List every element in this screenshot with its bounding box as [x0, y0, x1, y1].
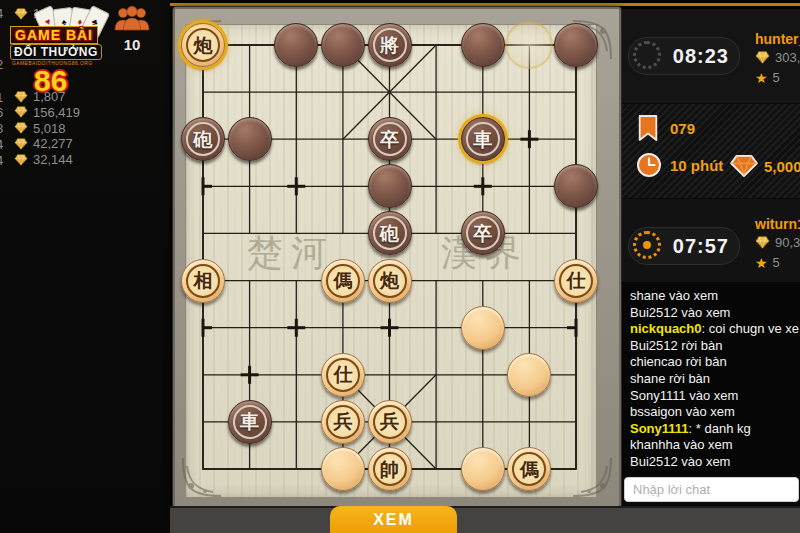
people-icon: [114, 5, 150, 31]
chat-text: khanhha vào xem: [630, 437, 733, 452]
chat-text: shane vào xem: [630, 288, 718, 303]
piece-light-covered-c6r9[interactable]: [461, 447, 505, 491]
gem-row: 1,807: [14, 89, 66, 104]
clipped-digit: 4: [0, 153, 3, 168]
piece-dark-covered-c8r0[interactable]: [554, 23, 598, 67]
player-gems: 90,33: [775, 235, 800, 250]
gem-row: 32,144: [14, 152, 73, 167]
piece-glyph: 仕: [559, 264, 593, 298]
piece-light-仕-c8r5[interactable]: 仕: [554, 259, 598, 303]
opponent-gems: 303,8: [775, 50, 800, 65]
sidebar: 132, ♥ ♠ ♦ ♣ GAME BÀI ĐỔI THƯỞNG GAMEBAI…: [0, 0, 170, 533]
piece-glyph: 卒: [466, 216, 500, 250]
piece-light-傌-c3r5[interactable]: 傌: [321, 259, 365, 303]
gem-value: 32,144: [33, 152, 73, 167]
stake-row: 5,000: [730, 154, 800, 178]
piece-dark-covered-c8r3[interactable]: [554, 164, 598, 208]
gem-value: 5,018: [33, 121, 66, 136]
chat-message: shane vào xem: [630, 288, 800, 305]
piece-light-仕-c3r7[interactable]: 仕: [321, 353, 365, 397]
frame-ornament-bottom-left: [179, 454, 225, 500]
frame-ornament-bottom-right: [569, 454, 615, 500]
piece-light-covered-c3r9[interactable]: [321, 447, 365, 491]
gem-icon: [14, 106, 28, 118]
player-name[interactable]: witurn14: [755, 216, 800, 232]
piece-glyph: 炮: [186, 28, 220, 62]
chat-message: Sony1111 vào xem: [630, 388, 800, 405]
gem-value: 42,277: [33, 136, 73, 151]
opponent-avatar[interactable]: [633, 41, 661, 69]
player-timer-pill: 07:57: [628, 227, 740, 265]
clipped-digit: 6: [0, 105, 3, 120]
chat-text: shane rời bàn: [630, 371, 710, 386]
chat-text: Bui2512 rời bàn: [630, 338, 722, 353]
chat-username: nickquach0: [630, 321, 702, 336]
bottom-bar: [170, 506, 800, 533]
star-icon: ★: [755, 71, 768, 85]
chat-message: nickquach0: coi chugn ve xe: [630, 321, 800, 338]
right-panel: 08:23 hunter_h 303,8 ★ 5 079: [622, 9, 800, 506]
gem-icon: [755, 236, 770, 249]
chat-text: : * danh kg: [689, 421, 751, 436]
piece-light-covered-c7r7[interactable]: [507, 353, 551, 397]
chat-message: Bui2512 vào xem: [630, 305, 800, 322]
online-count: 10: [110, 36, 154, 53]
chat-message: khanhha vào xem: [630, 437, 800, 454]
piece-glyph: 車: [233, 405, 267, 439]
opponent-gems-row: 303,8: [755, 50, 800, 65]
opponent-stars-row: ★ 5: [755, 70, 780, 85]
piece-dark-砲-c0r2[interactable]: 砲: [181, 117, 225, 161]
piece-dark-車-c1r8[interactable]: 車: [228, 400, 272, 444]
river-label-left: 楚河: [247, 232, 335, 273]
gem-row: 42,277: [14, 136, 73, 151]
time-control-row: 10 phút: [636, 152, 723, 178]
clipped-digit: 8: [0, 121, 3, 136]
gem-row: 156,419: [14, 105, 80, 120]
piece-light-相-c0r5[interactable]: 相: [181, 259, 225, 303]
clipped-digit: 2: [0, 57, 3, 72]
opponent-name[interactable]: hunter_h: [755, 31, 800, 47]
opponent-timer-pill: 08:23: [628, 37, 740, 75]
clipped-digit: 1: [0, 90, 3, 105]
player-info-section: 07:57 witurn14 90,33 ★ 5: [622, 198, 800, 282]
table-id: 079: [670, 120, 695, 137]
piece-glyph: 兵: [326, 405, 360, 439]
piece-dark-車-c6r2[interactable]: 車: [461, 117, 505, 161]
piece-glyph: 傌: [326, 264, 360, 298]
gem-icon: [14, 122, 28, 134]
piece-glyph: 將: [373, 28, 407, 62]
piece-glyph: 相: [186, 264, 220, 298]
chat-message: shane rời bàn: [630, 371, 800, 388]
piece-glyph: 兵: [373, 405, 407, 439]
chat-message: chiencao rời bàn: [630, 354, 800, 371]
chat-message-list[interactable]: shane vào xemBui2512 vào xemnickquach0: …: [622, 282, 800, 475]
gem-icon: [14, 91, 28, 103]
flag-icon: [636, 114, 660, 142]
chat-text: chiencao rời bàn: [630, 354, 727, 369]
piece-dark-covered-c6r0[interactable]: [461, 23, 505, 67]
piece-dark-卒-c4r2[interactable]: 卒: [368, 117, 412, 161]
player-clock: 07:57: [673, 235, 729, 258]
piece-glyph: 仕: [326, 358, 360, 392]
chat-username: Sony1111: [630, 421, 689, 436]
piece-light-炮-c4r5[interactable]: 炮: [368, 259, 412, 303]
opponent-info-section: 08:23 hunter_h 303,8 ★ 5: [622, 9, 800, 103]
piece-dark-covered-c4r3[interactable]: [368, 164, 412, 208]
piece-light-covered-c6r6[interactable]: [461, 306, 505, 350]
piece-dark-covered-c3r0[interactable]: [321, 23, 365, 67]
gem-icon: [14, 154, 28, 166]
time-control: 10 phút: [670, 157, 723, 174]
site-logo[interactable]: ♥ ♠ ♦ ♣ GAME BÀI ĐỔI THƯỞNG GAMEBAIDOITH…: [10, 6, 122, 98]
gem-icon: [730, 154, 758, 178]
star-icon: ★: [755, 256, 768, 270]
piece-dark-covered-c2r0[interactable]: [274, 23, 318, 67]
piece-glyph: 帥: [373, 452, 407, 486]
xiangqi-board: 楚河 漢界 炮將砲卒車砲卒相傌炮仕仕車兵兵帥傌: [172, 6, 622, 509]
gem-row: 5,018: [14, 121, 66, 136]
chat-text: bssaigon vào xem: [630, 404, 735, 419]
match-info-section: 079 10 phút 5,000: [622, 103, 800, 198]
chat-message: Bui2512 vào xem: [630, 454, 800, 471]
piece-light-炮-c0r0[interactable]: 炮: [181, 23, 225, 67]
chat-text: Bui2512 vào xem: [630, 454, 730, 469]
player-stars: 5: [773, 255, 780, 270]
logo-line2: ĐỔI THƯỞNG: [10, 44, 102, 60]
chat-input[interactable]: [624, 477, 799, 502]
gem-icon: [14, 138, 28, 150]
player-gems-row: 90,33: [755, 235, 800, 250]
clipped-digit: 4: [0, 6, 3, 21]
piece-glyph: 卒: [373, 122, 407, 156]
piece-light-兵-c3r8[interactable]: 兵: [321, 400, 365, 444]
opponent-clock: 08:23: [673, 45, 729, 68]
logo-line1: GAME BÀI: [10, 26, 98, 44]
piece-glyph: 炮: [373, 264, 407, 298]
player-avatar[interactable]: [633, 231, 661, 259]
piece-light-帥-c4r9[interactable]: 帥: [368, 447, 412, 491]
piece-glyph: 砲: [373, 216, 407, 250]
xem-button[interactable]: XEM: [330, 506, 457, 533]
piece-light-兵-c4r8[interactable]: 兵: [368, 400, 412, 444]
player-stars-row: ★ 5: [755, 255, 780, 270]
online-counter: 10: [110, 5, 154, 53]
chat-text: Sony1111 vào xem: [630, 388, 738, 403]
piece-glyph: 傌: [512, 452, 546, 486]
gem-icon: [755, 51, 770, 64]
stake-value: 5,000: [764, 158, 800, 175]
chat-text: : coi chugn ve xe: [702, 321, 800, 336]
piece-glyph: 砲: [186, 122, 220, 156]
table-id-row: 079: [636, 114, 695, 142]
clock-icon: [636, 152, 662, 178]
piece-dark-將-c4r0[interactable]: 將: [368, 23, 412, 67]
chat-text: Bui2512 vào xem: [630, 305, 730, 320]
piece-dark-covered-c1r2[interactable]: [228, 117, 272, 161]
chat-input-area: [622, 475, 800, 506]
piece-glyph: 車: [466, 122, 500, 156]
gem-value: 156,419: [33, 105, 80, 120]
piece-dark-砲-c4r4[interactable]: 砲: [368, 211, 412, 255]
piece-dark-卒-c6r4[interactable]: 卒: [461, 211, 505, 255]
chat-message: bssaigon vào xem: [630, 404, 800, 421]
chat-message: Sony1111: * danh kg: [630, 421, 800, 438]
gem-value: 1,807: [33, 89, 66, 104]
clipped-digit: 4: [0, 137, 3, 152]
chat-message: Bui2512 rời bàn: [630, 338, 800, 355]
game-table-screen: 132, ♥ ♠ ♦ ♣ GAME BÀI ĐỔI THƯỞNG GAMEBAI…: [0, 0, 800, 533]
opponent-stars: 5: [773, 70, 780, 85]
